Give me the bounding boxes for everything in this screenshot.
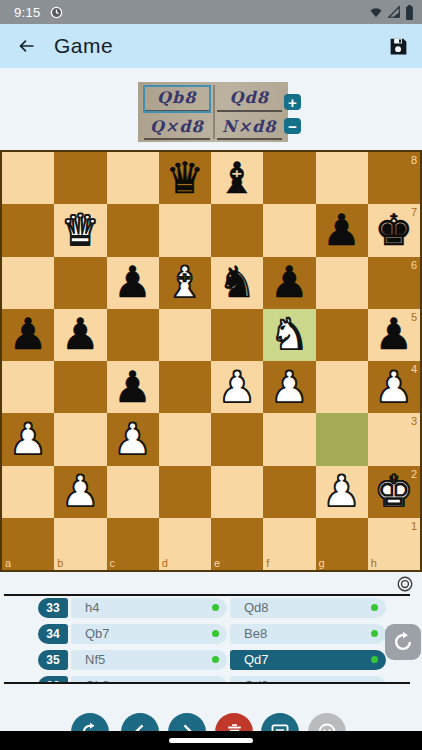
rank-label-1: 1 bbox=[411, 520, 417, 532]
move-cell-black-34[interactable]: Be8 bbox=[230, 624, 386, 644]
rank-label-5: 5 bbox=[411, 311, 417, 323]
square-g8[interactable] bbox=[316, 152, 368, 204]
square-a5[interactable]: ♟ bbox=[2, 309, 54, 361]
move-list: 33h4Qd834Qb7Be835Nf5Qd736Qb8Qd8 bbox=[4, 594, 410, 684]
save-button[interactable] bbox=[386, 34, 410, 58]
move-row-33: 33h4Qd8 bbox=[38, 598, 410, 618]
move-number: 36 bbox=[38, 676, 68, 684]
square-h8[interactable]: 8 bbox=[368, 152, 420, 204]
rank-label-3: 3 bbox=[411, 415, 417, 427]
file-label-a: a bbox=[5, 557, 11, 569]
square-a7[interactable] bbox=[2, 204, 54, 256]
home-indicator[interactable] bbox=[169, 738, 253, 743]
square-g5[interactable] bbox=[316, 309, 368, 361]
square-c2[interactable] bbox=[107, 466, 159, 518]
square-a2[interactable] bbox=[2, 466, 54, 518]
move-row-34: 34Qb7Be8 bbox=[38, 624, 410, 644]
ok-dot-icon bbox=[371, 656, 378, 663]
ok-dot-icon bbox=[212, 656, 219, 663]
move-cell-white-35[interactable]: Nf5 bbox=[71, 650, 227, 670]
square-a1[interactable]: a bbox=[2, 518, 54, 570]
square-d2[interactable] bbox=[159, 466, 211, 518]
move-cell-white-36[interactable]: Qb8 bbox=[71, 676, 227, 684]
clock-icon bbox=[50, 6, 63, 19]
file-label-c: c bbox=[110, 557, 116, 569]
square-a3[interactable]: ♟ bbox=[2, 413, 54, 465]
square-e5[interactable] bbox=[211, 309, 263, 361]
square-d3[interactable] bbox=[159, 413, 211, 465]
white-pawn: ♟ bbox=[2, 413, 54, 465]
black-bishop: ♝ bbox=[211, 152, 263, 204]
black-pawn: ♟ bbox=[263, 257, 315, 309]
ok-dot-icon bbox=[371, 630, 378, 637]
ok-dot-icon bbox=[212, 604, 219, 611]
wifi-icon bbox=[369, 5, 383, 19]
black-pawn: ♟ bbox=[316, 204, 368, 256]
scan-column-divider bbox=[213, 85, 215, 139]
save-floppy-icon bbox=[388, 36, 409, 57]
square-b4[interactable] bbox=[54, 361, 106, 413]
square-h4[interactable]: ♟4 bbox=[368, 361, 420, 413]
move-row-36: 36Qb8Qd8 bbox=[38, 676, 410, 684]
app-bar: Game bbox=[0, 24, 422, 68]
square-b6[interactable] bbox=[54, 257, 106, 309]
square-a6[interactable] bbox=[2, 257, 54, 309]
refresh-moves-button[interactable] bbox=[385, 624, 421, 660]
black-pawn: ♟ bbox=[2, 309, 54, 361]
white-queen: ♛ bbox=[54, 204, 106, 256]
square-c3[interactable]: ♟ bbox=[107, 413, 159, 465]
square-e7[interactable] bbox=[211, 204, 263, 256]
square-a4[interactable] bbox=[2, 361, 54, 413]
status-bar: 9:15 bbox=[0, 0, 422, 24]
zoom-in-button[interactable]: + bbox=[284, 94, 301, 110]
square-d5[interactable] bbox=[159, 309, 211, 361]
status-time: 9:15 bbox=[14, 5, 41, 20]
back-button[interactable] bbox=[14, 34, 38, 58]
file-label-e: e bbox=[214, 557, 220, 569]
move-cell-black-33[interactable]: Qd8 bbox=[230, 598, 386, 618]
black-pawn: ♟ bbox=[107, 361, 159, 413]
white-pawn: ♟ bbox=[316, 466, 368, 518]
square-b8[interactable] bbox=[54, 152, 106, 204]
ok-dot-icon bbox=[212, 630, 219, 637]
black-knight: ♞ bbox=[211, 257, 263, 309]
refresh-icon bbox=[392, 631, 414, 653]
scan-cell-2[interactable]: Q×d8 bbox=[144, 115, 210, 141]
move-number: 34 bbox=[38, 624, 68, 644]
square-c4[interactable]: ♟ bbox=[107, 361, 159, 413]
battery-icon bbox=[405, 5, 414, 20]
file-label-b: b bbox=[57, 557, 63, 569]
square-h1[interactable]: 1h bbox=[368, 518, 420, 570]
square-f8[interactable] bbox=[263, 152, 315, 204]
ok-dot-icon bbox=[371, 604, 378, 611]
square-b2[interactable]: ♟ bbox=[54, 466, 106, 518]
app-screen: 9:15 Game bbox=[0, 0, 422, 750]
rank-label-2: 2 bbox=[411, 468, 417, 480]
square-g7[interactable]: ♟ bbox=[316, 204, 368, 256]
file-label-f: f bbox=[266, 557, 269, 569]
square-h2[interactable]: ♚2 bbox=[368, 466, 420, 518]
move-row-35: 35Nf5Qd7 bbox=[38, 650, 410, 670]
file-label-d: d bbox=[162, 557, 168, 569]
square-c7[interactable] bbox=[107, 204, 159, 256]
square-e8[interactable]: ♝ bbox=[211, 152, 263, 204]
square-e4[interactable]: ♟ bbox=[211, 361, 263, 413]
move-number: 35 bbox=[38, 650, 68, 670]
scan-cell-1[interactable]: Qd8 bbox=[217, 86, 283, 112]
scoresheet-scan-image[interactable]: Qb8Qd8Q×d8N×d8 bbox=[138, 82, 288, 142]
signal-icon bbox=[387, 5, 401, 19]
square-e3[interactable] bbox=[211, 413, 263, 465]
move-cell-white-33[interactable]: h4 bbox=[71, 598, 227, 618]
square-g4[interactable] bbox=[316, 361, 368, 413]
scan-cell-0[interactable]: Qb8 bbox=[144, 86, 210, 112]
ok-dot-icon bbox=[371, 682, 378, 684]
square-b3[interactable] bbox=[54, 413, 106, 465]
square-a8[interactable] bbox=[2, 152, 54, 204]
square-b7[interactable]: ♛ bbox=[54, 204, 106, 256]
square-c8[interactable] bbox=[107, 152, 159, 204]
zoom-out-button[interactable]: − bbox=[284, 118, 301, 134]
black-pawn: ♟ bbox=[107, 257, 159, 309]
square-c5[interactable] bbox=[107, 309, 159, 361]
square-f1[interactable]: f bbox=[263, 518, 315, 570]
square-g6[interactable] bbox=[316, 257, 368, 309]
square-f3[interactable] bbox=[263, 413, 315, 465]
square-h7[interactable]: ♚7 bbox=[368, 204, 420, 256]
square-g1[interactable]: g bbox=[316, 518, 368, 570]
square-c6[interactable]: ♟ bbox=[107, 257, 159, 309]
white-knight: ♞ bbox=[263, 309, 315, 361]
rank-label-8: 8 bbox=[411, 154, 417, 166]
square-d4[interactable] bbox=[159, 361, 211, 413]
square-g3[interactable] bbox=[316, 413, 368, 465]
white-pawn: ♟ bbox=[107, 413, 159, 465]
file-label-h: h bbox=[371, 557, 377, 569]
rank-label-7: 7 bbox=[411, 206, 417, 218]
square-c1[interactable]: c bbox=[107, 518, 159, 570]
white-bishop: ♝ bbox=[159, 257, 211, 309]
move-cell-black-36[interactable]: Qd8 bbox=[230, 676, 386, 684]
square-h3[interactable]: 3 bbox=[368, 413, 420, 465]
move-cell-black-35[interactable]: Qd7 bbox=[230, 650, 386, 670]
move-number: 33 bbox=[38, 598, 68, 618]
file-label-g: g bbox=[319, 557, 325, 569]
rank-label-6: 6 bbox=[411, 259, 417, 271]
square-d7[interactable] bbox=[159, 204, 211, 256]
square-d6[interactable]: ♝ bbox=[159, 257, 211, 309]
square-h6[interactable]: 6 bbox=[368, 257, 420, 309]
ok-dot-icon bbox=[212, 682, 219, 684]
square-f2[interactable] bbox=[263, 466, 315, 518]
square-e2[interactable] bbox=[211, 466, 263, 518]
rank-label-4: 4 bbox=[411, 363, 417, 375]
white-pawn: ♟ bbox=[54, 466, 106, 518]
square-f4[interactable]: ♟ bbox=[263, 361, 315, 413]
black-queen: ♛ bbox=[159, 152, 211, 204]
square-f7[interactable] bbox=[263, 204, 315, 256]
page-title: Game bbox=[54, 34, 113, 58]
move-cell-white-34[interactable]: Qb7 bbox=[71, 624, 227, 644]
square-b1[interactable]: b bbox=[54, 518, 106, 570]
navigation-bar bbox=[0, 731, 422, 750]
square-d1[interactable]: d bbox=[159, 518, 211, 570]
square-h5[interactable]: ♟5 bbox=[368, 309, 420, 361]
square-f6[interactable]: ♟ bbox=[263, 257, 315, 309]
scan-cell-3[interactable]: N×d8 bbox=[217, 115, 283, 141]
square-b5[interactable]: ♟ bbox=[54, 309, 106, 361]
square-d8[interactable]: ♛ bbox=[159, 152, 211, 204]
white-pawn: ♟ bbox=[263, 361, 315, 413]
square-e6[interactable]: ♞ bbox=[211, 257, 263, 309]
square-g2[interactable]: ♟ bbox=[316, 466, 368, 518]
square-f5[interactable]: ♞ bbox=[263, 309, 315, 361]
back-arrow-icon bbox=[16, 36, 36, 56]
square-e1[interactable]: e bbox=[211, 518, 263, 570]
white-pawn: ♟ bbox=[211, 361, 263, 413]
record-target-icon[interactable] bbox=[396, 575, 414, 593]
chess-board[interactable]: ♛♝8♛♟♚7♟♝♞♟6♟♟♞♟5♟♟♟♟4♟♟3♟♟♚2abcdefg1h bbox=[0, 150, 422, 572]
black-pawn: ♟ bbox=[54, 309, 106, 361]
